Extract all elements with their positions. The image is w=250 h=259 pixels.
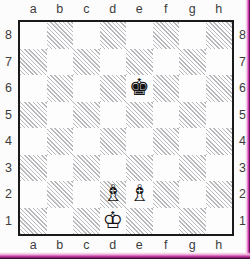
file-label-f: f — [153, 1, 180, 17]
square-g4 — [179, 128, 206, 155]
square-c8 — [73, 22, 100, 49]
square-b6 — [47, 75, 74, 102]
square-h6 — [206, 75, 233, 102]
file-label-b: b — [47, 1, 74, 17]
rank-label-2: 2 — [2, 181, 15, 208]
rank-label-6: 6 — [2, 75, 15, 102]
square-a6 — [20, 75, 47, 102]
black-king-e6: ♚ — [129, 74, 150, 101]
square-f4 — [153, 128, 180, 155]
square-a3 — [20, 155, 47, 182]
square-f3 — [153, 155, 180, 182]
square-e1 — [126, 208, 153, 235]
square-g7 — [179, 49, 206, 76]
square-c2 — [73, 181, 100, 208]
square-b3 — [47, 155, 74, 182]
file-label-g: g — [179, 1, 206, 17]
square-b8 — [47, 22, 74, 49]
rank-label-8: 8 — [2, 22, 15, 49]
square-b5 — [47, 102, 74, 129]
page-scan-edge-right — [245, 0, 250, 259]
file-label-e: e — [126, 1, 153, 17]
square-h3 — [206, 155, 233, 182]
square-e4 — [126, 128, 153, 155]
square-h1 — [206, 208, 233, 235]
square-g6 — [179, 75, 206, 102]
file-label-h: h — [206, 237, 233, 253]
square-c5 — [73, 102, 100, 129]
square-e5 — [126, 102, 153, 129]
square-a5 — [20, 102, 47, 129]
square-g2 — [179, 181, 206, 208]
square-e6: ♚ — [126, 75, 153, 102]
square-c4 — [73, 128, 100, 155]
file-label-g: g — [179, 237, 206, 253]
square-g3 — [179, 155, 206, 182]
square-f6 — [153, 75, 180, 102]
file-label-c: c — [73, 237, 100, 253]
square-c1 — [73, 208, 100, 235]
file-label-b: b — [47, 237, 74, 253]
square-d6 — [100, 75, 127, 102]
square-f5 — [153, 102, 180, 129]
rank-label-5: 5 — [2, 102, 15, 129]
square-g1 — [179, 208, 206, 235]
white-king-d1: ♔ — [102, 207, 123, 234]
square-e3 — [126, 155, 153, 182]
square-h4 — [206, 128, 233, 155]
file-label-f: f — [153, 237, 180, 253]
file-label-d: d — [100, 237, 127, 253]
square-d2: ♗ — [100, 181, 127, 208]
square-d4 — [100, 128, 127, 155]
square-h7 — [206, 49, 233, 76]
square-d1: ♔ — [100, 208, 127, 235]
square-a1 — [20, 208, 47, 235]
square-a2 — [20, 181, 47, 208]
file-label-d: d — [100, 1, 127, 17]
square-a8 — [20, 22, 47, 49]
square-e8 — [126, 22, 153, 49]
square-h8 — [206, 22, 233, 49]
file-label-c: c — [73, 1, 100, 17]
file-label-a: a — [20, 237, 47, 253]
square-d5 — [100, 102, 127, 129]
rank-label-7: 7 — [2, 49, 15, 76]
square-f8 — [153, 22, 180, 49]
square-d7 — [100, 49, 127, 76]
page-scan-edge-bottom — [0, 252, 250, 259]
square-b7 — [47, 49, 74, 76]
square-g8 — [179, 22, 206, 49]
rank-label-3: 3 — [2, 155, 15, 182]
scanned-page: abcdefgh 87654321 ♚♗♗♔ 87654321 abcdefgh — [0, 0, 250, 259]
square-h2 — [206, 181, 233, 208]
chess-board: ♚♗♗♔ — [18, 20, 234, 236]
square-f7 — [153, 49, 180, 76]
square-e2: ♗ — [126, 181, 153, 208]
white-bishop-e2: ♗ — [129, 180, 150, 207]
square-a4 — [20, 128, 47, 155]
square-d8 — [100, 22, 127, 49]
square-a7 — [20, 49, 47, 76]
file-labels-top: abcdefgh — [20, 1, 232, 17]
square-c6 — [73, 75, 100, 102]
square-g5 — [179, 102, 206, 129]
square-b2 — [47, 181, 74, 208]
square-b1 — [47, 208, 74, 235]
rank-labels-left: 87654321 — [2, 22, 15, 234]
file-labels-bottom: abcdefgh — [20, 237, 232, 253]
square-c7 — [73, 49, 100, 76]
square-e7 — [126, 49, 153, 76]
square-f1 — [153, 208, 180, 235]
square-f2 — [153, 181, 180, 208]
file-label-h: h — [206, 1, 233, 17]
square-b4 — [47, 128, 74, 155]
white-bishop-d2: ♗ — [102, 180, 123, 207]
square-h5 — [206, 102, 233, 129]
square-c3 — [73, 155, 100, 182]
rank-label-4: 4 — [2, 128, 15, 155]
square-d3 — [100, 155, 127, 182]
file-label-e: e — [126, 237, 153, 253]
rank-label-1: 1 — [2, 208, 15, 235]
file-label-a: a — [20, 1, 47, 17]
